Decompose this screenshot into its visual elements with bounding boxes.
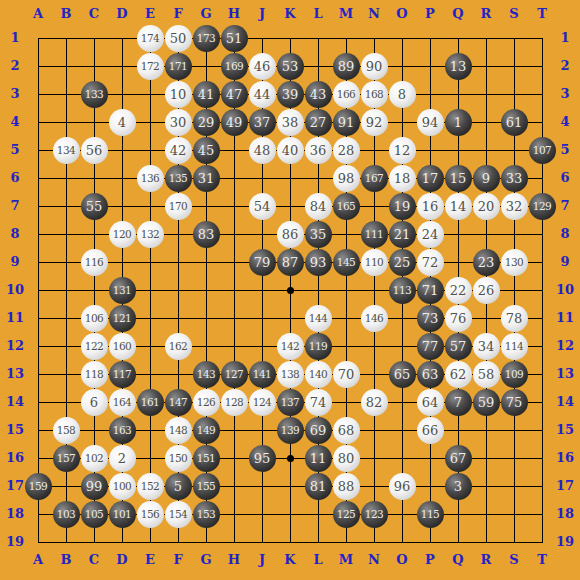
move-number: 113: [393, 284, 412, 296]
move-number: 50: [170, 31, 187, 46]
stone-black-L9-move-93: 93: [305, 249, 332, 276]
col-label-bottom-S: S: [500, 547, 528, 573]
stone-black-F14-move-147: 147: [165, 389, 192, 416]
stone-black-H4-move-49: 49: [221, 109, 248, 136]
stone-black-P13-move-63: 63: [417, 361, 444, 388]
stone-white-C9-move-116: 116: [81, 249, 108, 276]
move-number: 132: [141, 228, 160, 240]
stone-black-F2-move-171: 171: [165, 53, 192, 80]
stone-white-P8-move-24: 24: [417, 221, 444, 248]
stone-black-P6-move-17: 17: [417, 165, 444, 192]
move-number: 98: [338, 171, 355, 186]
move-number: 20: [478, 199, 495, 214]
move-number: 160: [113, 340, 132, 352]
row-label-right-4: 4: [550, 109, 580, 135]
move-number: 140: [309, 368, 328, 380]
move-number: 84: [310, 199, 327, 214]
row-label-left-18: 18: [0, 501, 30, 527]
move-number: 87: [282, 255, 299, 270]
star-point-K10: [287, 287, 294, 294]
move-number: 92: [366, 115, 383, 130]
move-number: 63: [422, 367, 439, 382]
stone-black-J4-move-37: 37: [249, 109, 276, 136]
stone-white-E6-move-136: 136: [137, 165, 164, 192]
move-number: 79: [254, 255, 271, 270]
move-number: 155: [197, 480, 216, 492]
stone-black-N18-move-123: 123: [361, 501, 388, 528]
move-number: 170: [169, 200, 188, 212]
move-number: 89: [338, 59, 355, 74]
move-number: 123: [365, 508, 384, 520]
move-number: 93: [310, 255, 327, 270]
move-number: 86: [282, 227, 299, 242]
stone-white-S7-move-32: 32: [501, 193, 528, 220]
stone-white-R13-move-58: 58: [473, 361, 500, 388]
stone-white-L7-move-84: 84: [305, 193, 332, 220]
stone-white-M16-move-80: 80: [333, 445, 360, 472]
move-number: 10: [170, 87, 187, 102]
move-number: 54: [254, 199, 271, 214]
row-label-left-15: 15: [0, 417, 30, 443]
stone-black-R9-move-23: 23: [473, 249, 500, 276]
move-number: 31: [198, 171, 215, 186]
stone-black-J9-move-79: 79: [249, 249, 276, 276]
move-number: 77: [422, 339, 439, 354]
stone-white-B15-move-158: 158: [53, 417, 80, 444]
col-label-top-J: J: [248, 1, 276, 27]
stone-black-S4-move-61: 61: [501, 109, 528, 136]
move-number: 102: [85, 452, 104, 464]
move-number: 122: [85, 340, 104, 352]
stone-black-Q17-move-3: 3: [445, 473, 472, 500]
stone-white-H14-move-128: 128: [221, 389, 248, 416]
stone-white-K5-move-40: 40: [277, 137, 304, 164]
move-number: 61: [506, 115, 523, 130]
row-label-right-2: 2: [550, 53, 580, 79]
col-label-bottom-K: K: [276, 547, 304, 573]
stone-white-D4-move-4: 4: [109, 109, 136, 136]
move-number: 164: [113, 396, 132, 408]
stone-white-S11-move-78: 78: [501, 305, 528, 332]
stone-black-P11-move-73: 73: [417, 305, 444, 332]
move-number: 62: [450, 367, 467, 382]
stone-white-E1-move-174: 174: [137, 25, 164, 52]
move-number: 40: [282, 143, 299, 158]
stone-white-F12-move-162: 162: [165, 333, 192, 360]
move-number: 32: [506, 199, 523, 214]
move-number: 157: [57, 452, 76, 464]
row-label-left-11: 11: [0, 305, 30, 331]
stone-white-C16-move-102: 102: [81, 445, 108, 472]
move-number: 151: [197, 452, 216, 464]
stone-white-Q10-move-22: 22: [445, 277, 472, 304]
col-label-bottom-G: G: [192, 547, 220, 573]
stone-black-N8-move-111: 111: [361, 221, 388, 248]
stone-black-C3-move-133: 133: [81, 81, 108, 108]
move-number: 12: [394, 143, 411, 158]
move-number: 156: [141, 508, 160, 520]
move-number: 47: [226, 87, 243, 102]
move-number: 137: [281, 396, 300, 408]
stone-white-S12-move-114: 114: [501, 333, 528, 360]
move-number: 74: [310, 395, 327, 410]
col-label-bottom-F: F: [164, 547, 192, 573]
move-number: 27: [310, 115, 327, 130]
stone-black-G1-move-173: 173: [193, 25, 220, 52]
stone-black-H2-move-169: 169: [221, 53, 248, 80]
stone-black-G18-move-153: 153: [193, 501, 220, 528]
move-number: 51: [226, 31, 243, 46]
row-label-right-1: 1: [550, 25, 580, 51]
stone-black-Q6-move-15: 15: [445, 165, 472, 192]
move-number: 21: [394, 227, 411, 242]
stone-white-K13-move-138: 138: [277, 361, 304, 388]
move-number: 166: [337, 88, 356, 100]
stone-black-L15-move-69: 69: [305, 417, 332, 444]
stone-white-L14-move-74: 74: [305, 389, 332, 416]
row-label-left-3: 3: [0, 81, 30, 107]
move-number: 26: [478, 283, 495, 298]
stone-white-D8-move-120: 120: [109, 221, 136, 248]
move-number: 109: [505, 368, 524, 380]
stone-white-J3-move-44: 44: [249, 81, 276, 108]
stone-white-E17-move-152: 152: [137, 473, 164, 500]
stone-black-K3-move-39: 39: [277, 81, 304, 108]
col-label-bottom-E: E: [136, 547, 164, 573]
stone-white-O5-move-12: 12: [389, 137, 416, 164]
col-label-top-O: O: [388, 1, 416, 27]
stone-black-G6-move-31: 31: [193, 165, 220, 192]
stone-white-P4-move-94: 94: [417, 109, 444, 136]
move-number: 129: [533, 200, 552, 212]
move-number: 131: [113, 284, 132, 296]
stone-black-Q16-move-67: 67: [445, 445, 472, 472]
move-number: 165: [337, 200, 356, 212]
stone-black-J16-move-95: 95: [249, 445, 276, 472]
row-label-left-7: 7: [0, 193, 30, 219]
stone-white-F15-move-148: 148: [165, 417, 192, 444]
move-number: 57: [450, 339, 467, 354]
move-number: 174: [141, 32, 160, 44]
move-number: 124: [253, 396, 272, 408]
row-label-left-12: 12: [0, 333, 30, 359]
move-number: 117: [113, 368, 132, 380]
stone-white-R7-move-20: 20: [473, 193, 500, 220]
move-number: 15: [450, 171, 467, 186]
stone-white-N9-move-110: 110: [361, 249, 388, 276]
move-number: 135: [169, 172, 188, 184]
stone-black-B18-move-103: 103: [53, 501, 80, 528]
move-number: 18: [394, 171, 411, 186]
move-number: 128: [225, 396, 244, 408]
col-label-bottom-R: R: [472, 547, 500, 573]
move-number: 167: [365, 172, 384, 184]
move-number: 30: [170, 115, 187, 130]
stone-black-L16-move-11: 11: [305, 445, 332, 472]
move-number: 136: [141, 172, 160, 184]
stone-black-O10-move-113: 113: [389, 277, 416, 304]
move-number: 11: [310, 451, 327, 466]
stone-black-O13-move-65: 65: [389, 361, 416, 388]
stone-white-M3-move-166: 166: [333, 81, 360, 108]
stone-white-F3-move-10: 10: [165, 81, 192, 108]
col-label-bottom-D: D: [108, 547, 136, 573]
move-number: 35: [310, 227, 327, 242]
move-number: 153: [197, 508, 216, 520]
stone-white-F18-move-154: 154: [165, 501, 192, 528]
stone-black-D18-move-101: 101: [109, 501, 136, 528]
stone-white-N11-move-146: 146: [361, 305, 388, 332]
stone-black-K15-move-139: 139: [277, 417, 304, 444]
col-label-top-A: A: [24, 1, 52, 27]
stone-white-M13-move-70: 70: [333, 361, 360, 388]
stone-white-M17-move-88: 88: [333, 473, 360, 500]
stone-black-G15-move-149: 149: [193, 417, 220, 444]
move-number: 55: [86, 199, 103, 214]
stone-white-K8-move-86: 86: [277, 221, 304, 248]
move-number: 28: [338, 143, 355, 158]
stone-white-M15-move-68: 68: [333, 417, 360, 444]
stone-black-C17-move-99: 99: [81, 473, 108, 500]
row-label-right-6: 6: [550, 165, 580, 191]
move-number: 46: [254, 59, 271, 74]
col-label-top-T: T: [528, 1, 556, 27]
stone-white-J5-move-48: 48: [249, 137, 276, 164]
row-label-right-13: 13: [550, 361, 580, 387]
move-number: 45: [198, 143, 215, 158]
move-number: 133: [85, 88, 104, 100]
move-number: 134: [57, 144, 76, 156]
col-label-bottom-P: P: [416, 547, 444, 573]
move-number: 41: [198, 87, 215, 102]
stone-white-O6-move-18: 18: [389, 165, 416, 192]
move-number: 56: [86, 143, 103, 158]
move-number: 78: [506, 311, 523, 326]
row-label-left-14: 14: [0, 389, 30, 415]
stone-black-L17-move-81: 81: [305, 473, 332, 500]
move-number: 91: [338, 115, 355, 130]
col-label-top-K: K: [276, 1, 304, 27]
stone-white-E2-move-172: 172: [137, 53, 164, 80]
stone-black-K14-move-137: 137: [277, 389, 304, 416]
stone-black-K9-move-87: 87: [277, 249, 304, 276]
move-number: 72: [422, 255, 439, 270]
stone-white-P14-move-64: 64: [417, 389, 444, 416]
stone-black-M7-move-165: 165: [333, 193, 360, 220]
stone-black-P12-move-77: 77: [417, 333, 444, 360]
move-number: 161: [141, 396, 160, 408]
row-label-left-13: 13: [0, 361, 30, 387]
stone-white-E8-move-132: 132: [137, 221, 164, 248]
col-label-bottom-J: J: [248, 547, 276, 573]
col-label-top-R: R: [472, 1, 500, 27]
col-label-bottom-O: O: [388, 547, 416, 573]
col-label-bottom-B: B: [52, 547, 80, 573]
stone-white-P15-move-66: 66: [417, 417, 444, 444]
move-number: 143: [197, 368, 216, 380]
move-number: 82: [366, 395, 383, 410]
row-label-left-9: 9: [0, 249, 30, 275]
stone-black-L4-move-27: 27: [305, 109, 332, 136]
move-number: 121: [113, 312, 132, 324]
move-number: 168: [365, 88, 384, 100]
move-number: 94: [422, 115, 439, 130]
col-label-bottom-N: N: [360, 547, 388, 573]
stone-white-D12-move-160: 160: [109, 333, 136, 360]
stone-white-B5-move-134: 134: [53, 137, 80, 164]
stone-black-P10-move-71: 71: [417, 277, 444, 304]
stone-white-M6-move-98: 98: [333, 165, 360, 192]
stone-black-A17-move-159: 159: [25, 473, 52, 500]
col-label-bottom-H: H: [220, 547, 248, 573]
stone-black-K2-move-53: 53: [277, 53, 304, 80]
col-label-bottom-L: L: [304, 547, 332, 573]
move-number: 103: [57, 508, 76, 520]
stone-black-H13-move-127: 127: [221, 361, 248, 388]
stone-black-G13-move-143: 143: [193, 361, 220, 388]
move-number: 169: [225, 60, 244, 72]
move-number: 76: [450, 311, 467, 326]
stone-white-Q13-move-62: 62: [445, 361, 472, 388]
col-label-top-L: L: [304, 1, 332, 27]
move-number: 70: [338, 367, 355, 382]
move-number: 145: [337, 256, 356, 268]
move-number: 13: [450, 59, 467, 74]
move-number: 69: [310, 423, 327, 438]
stone-black-E14-move-161: 161: [137, 389, 164, 416]
move-number: 118: [85, 368, 104, 380]
stone-black-C7-move-55: 55: [81, 193, 108, 220]
stone-white-O17-move-96: 96: [389, 473, 416, 500]
stone-white-G14-move-126: 126: [193, 389, 220, 416]
move-number: 152: [141, 480, 160, 492]
move-number: 23: [478, 255, 495, 270]
stone-white-D16-move-2: 2: [109, 445, 136, 472]
move-number: 90: [366, 59, 383, 74]
move-number: 5: [174, 479, 182, 494]
move-number: 53: [282, 59, 299, 74]
stone-black-F17-move-5: 5: [165, 473, 192, 500]
stone-white-F7-move-170: 170: [165, 193, 192, 220]
move-number: 105: [85, 508, 104, 520]
move-number: 139: [281, 424, 300, 436]
stone-black-D13-move-117: 117: [109, 361, 136, 388]
move-number: 148: [169, 424, 188, 436]
stone-black-L12-move-119: 119: [305, 333, 332, 360]
move-number: 19: [394, 199, 411, 214]
stone-white-K12-move-142: 142: [277, 333, 304, 360]
move-number: 42: [170, 143, 187, 158]
move-number: 106: [85, 312, 104, 324]
move-number: 9: [482, 171, 490, 186]
move-number: 81: [310, 479, 327, 494]
stone-white-C11-move-106: 106: [81, 305, 108, 332]
move-number: 6: [90, 395, 98, 410]
move-number: 163: [113, 424, 132, 436]
move-number: 149: [197, 424, 216, 436]
stone-black-T7-move-129: 129: [529, 193, 556, 220]
stone-black-N6-move-167: 167: [361, 165, 388, 192]
stone-white-C14-move-6: 6: [81, 389, 108, 416]
stone-black-C18-move-105: 105: [81, 501, 108, 528]
move-number: 38: [282, 115, 299, 130]
move-number: 67: [450, 451, 467, 466]
move-number: 39: [282, 87, 299, 102]
row-label-right-19: 19: [550, 529, 580, 555]
stone-white-E18-move-156: 156: [137, 501, 164, 528]
stone-white-R12-move-34: 34: [473, 333, 500, 360]
move-number: 99: [86, 479, 103, 494]
col-label-top-N: N: [360, 1, 388, 27]
stone-black-S14-move-75: 75: [501, 389, 528, 416]
row-label-right-15: 15: [550, 417, 580, 443]
move-number: 29: [198, 115, 215, 130]
stone-white-N3-move-168: 168: [361, 81, 388, 108]
stone-white-C5-move-56: 56: [81, 137, 108, 164]
col-label-top-C: C: [80, 1, 108, 27]
stone-white-S9-move-130: 130: [501, 249, 528, 276]
move-number: 66: [422, 423, 439, 438]
stone-black-M18-move-125: 125: [333, 501, 360, 528]
stone-white-D17-move-100: 100: [109, 473, 136, 500]
stone-white-Q11-move-76: 76: [445, 305, 472, 332]
move-number: 75: [506, 395, 523, 410]
col-label-top-H: H: [220, 1, 248, 27]
move-number: 96: [394, 479, 411, 494]
row-label-right-11: 11: [550, 305, 580, 331]
move-number: 58: [478, 367, 495, 382]
stone-white-F5-move-42: 42: [165, 137, 192, 164]
stone-white-J7-move-54: 54: [249, 193, 276, 220]
stone-white-L11-move-144: 144: [305, 305, 332, 332]
move-number: 33: [506, 171, 523, 186]
stone-black-R14-move-59: 59: [473, 389, 500, 416]
row-label-left-10: 10: [0, 277, 30, 303]
stone-white-C13-move-118: 118: [81, 361, 108, 388]
move-number: 162: [169, 340, 188, 352]
stone-black-S13-move-109: 109: [501, 361, 528, 388]
move-number: 147: [169, 396, 188, 408]
move-number: 142: [281, 340, 300, 352]
stone-black-M2-move-89: 89: [333, 53, 360, 80]
move-number: 3: [454, 479, 462, 494]
move-number: 88: [338, 479, 355, 494]
col-label-top-F: F: [164, 1, 192, 27]
row-label-right-16: 16: [550, 445, 580, 471]
move-number: 159: [29, 480, 48, 492]
move-number: 24: [422, 227, 439, 242]
stone-white-K4-move-38: 38: [277, 109, 304, 136]
row-label-right-3: 3: [550, 81, 580, 107]
row-label-right-14: 14: [550, 389, 580, 415]
row-label-right-8: 8: [550, 221, 580, 247]
go-board: AABBCCDDEEFFGGHHJJKKLLMMNNOOPPQQRRSSTT11…: [0, 0, 580, 580]
row-label-left-5: 5: [0, 137, 30, 163]
stone-white-F4-move-30: 30: [165, 109, 192, 136]
stone-black-M9-move-145: 145: [333, 249, 360, 276]
move-number: 48: [254, 143, 271, 158]
move-number: 119: [309, 340, 328, 352]
stone-black-G8-move-83: 83: [193, 221, 220, 248]
move-number: 171: [169, 60, 188, 72]
move-number: 173: [197, 32, 216, 44]
move-number: 36: [310, 143, 327, 158]
move-number: 17: [422, 171, 439, 186]
stone-black-T5-move-107: 107: [529, 137, 556, 164]
stone-black-Q2-move-13: 13: [445, 53, 472, 80]
move-number: 59: [478, 395, 495, 410]
move-number: 141: [253, 368, 272, 380]
